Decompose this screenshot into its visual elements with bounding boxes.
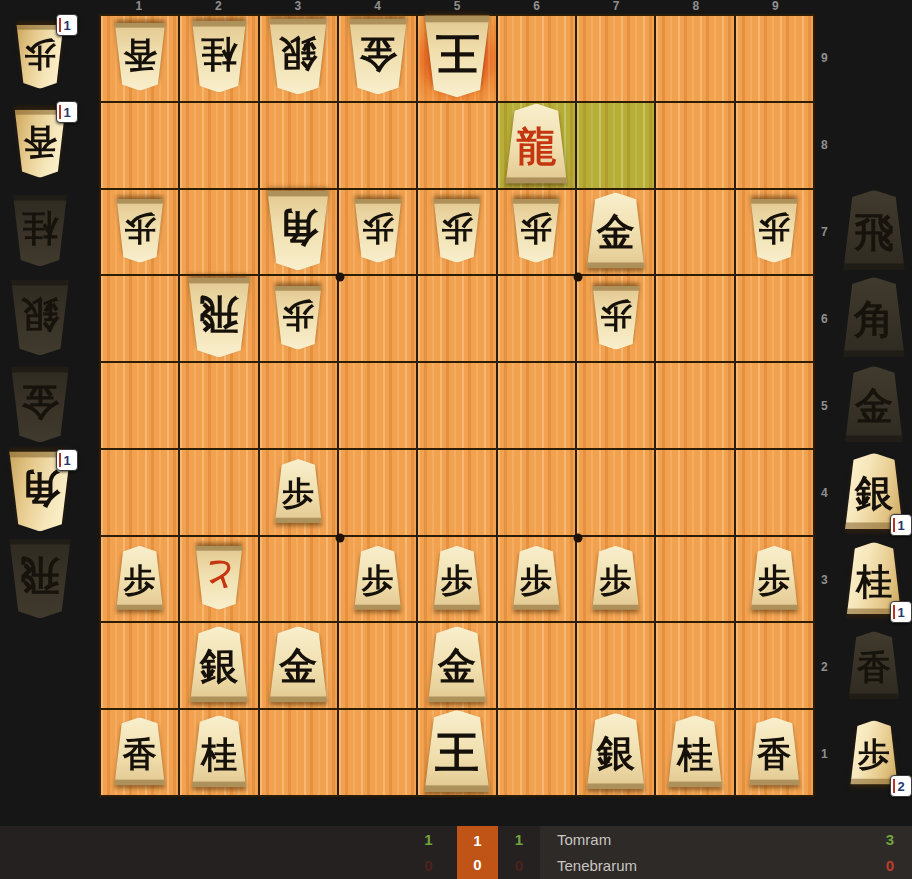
cell-8-6[interactable]: [656, 276, 735, 363]
cell-3-7[interactable]: 角: [260, 190, 339, 277]
scorebar-spacer: [0, 826, 400, 879]
cell-8-9[interactable]: [656, 16, 735, 103]
cell-1-9[interactable]: 香: [101, 16, 180, 103]
piece-1-1-lance[interactable]: 香: [112, 717, 168, 785]
cell-3-9[interactable]: 銀: [260, 16, 339, 103]
cell-8-1[interactable]: 桂: [656, 710, 735, 797]
rank-label: 7: [815, 188, 835, 275]
total-score-top: 3: [852, 826, 912, 852]
hand-count-badge: 1: [890, 601, 912, 623]
shogi-board: 香桂銀金王龍歩角歩歩歩金歩飛歩歩歩歩と歩歩歩歩歩銀金金香桂王銀桂香: [99, 14, 815, 797]
rank-label: 9: [815, 14, 835, 101]
hand-gold: 金: [4, 362, 76, 449]
piece-3-9-silver[interactable]: 銀: [266, 19, 330, 95]
piece-8-1-knight[interactable]: 桂: [665, 715, 725, 787]
hand-count-badge: 1: [890, 514, 912, 536]
piece-2-2-silver[interactable]: 銀: [187, 626, 251, 702]
cell-1-2[interactable]: [101, 623, 180, 710]
file-label: 7: [576, 0, 656, 14]
hand-lance: 香: [838, 623, 910, 710]
piece-4-9-gold[interactable]: 金: [346, 19, 410, 95]
piece-3-7-bishop[interactable]: 角: [264, 190, 332, 270]
cell-5-9[interactable]: 王: [418, 16, 497, 103]
cell-9-8[interactable]: [736, 103, 815, 190]
file-labels: 123456789: [99, 0, 815, 14]
score-mid-row2: 0: [473, 856, 481, 873]
hand-bishop: 角: [838, 275, 910, 362]
cell-3-3[interactable]: [260, 537, 339, 624]
piece-4-7-pawn[interactable]: 歩: [352, 199, 404, 263]
cell-4-3[interactable]: 歩: [339, 537, 418, 624]
cell-4-2[interactable]: [339, 623, 418, 710]
cell-3-5[interactable]: [260, 363, 339, 450]
cell-5-6[interactable]: [418, 276, 497, 363]
cell-4-4[interactable]: [339, 450, 418, 537]
file-label: 1: [99, 0, 179, 14]
piece-4-3-pawn[interactable]: 歩: [352, 546, 404, 610]
cell-2-9[interactable]: 桂: [180, 16, 259, 103]
cell-6-3[interactable]: 歩: [498, 537, 577, 624]
stat-left-row1: 1: [400, 826, 457, 852]
cell-6-4[interactable]: [498, 450, 577, 537]
cell-5-3[interactable]: 歩: [418, 537, 497, 624]
cell-6-9[interactable]: [498, 16, 577, 103]
cell-9-4[interactable]: [736, 450, 815, 537]
piece-2-1-knight[interactable]: 桂: [189, 715, 249, 787]
cell-1-4[interactable]: [101, 450, 180, 537]
cell-1-6[interactable]: [101, 276, 180, 363]
cell-8-3[interactable]: [656, 537, 735, 624]
cell-9-7[interactable]: 歩: [736, 190, 815, 277]
player-name-top[interactable]: Tomram: [540, 826, 852, 852]
file-label: 4: [338, 0, 418, 14]
rank-label: 8: [815, 101, 835, 188]
file-label: 3: [258, 0, 338, 14]
cell-1-5[interactable]: [101, 363, 180, 450]
hand-count-badge: 2: [890, 775, 912, 797]
cell-3-6[interactable]: 歩: [260, 276, 339, 363]
cell-9-3[interactable]: 歩: [736, 537, 815, 624]
cell-7-6[interactable]: 歩: [577, 276, 656, 363]
cell-2-2[interactable]: 銀: [180, 623, 259, 710]
cell-1-8[interactable]: [101, 103, 180, 190]
cell-9-9[interactable]: [736, 16, 815, 103]
player-name-bottom[interactable]: Tenebrarum: [540, 852, 852, 879]
scoreboard: 1 0 1 0 1 0 Tomram Tenebrarum 3 0: [0, 826, 912, 879]
hand-pawn[interactable]: 歩2: [838, 710, 910, 797]
piece-6-3-pawn[interactable]: 歩: [510, 546, 562, 610]
cell-2-5[interactable]: [180, 363, 259, 450]
hand-gold: 金: [838, 362, 910, 449]
cell-5-7[interactable]: 歩: [418, 190, 497, 277]
cell-5-8[interactable]: [418, 103, 497, 190]
piece-5-3-pawn[interactable]: 歩: [431, 546, 483, 610]
cell-7-9[interactable]: [577, 16, 656, 103]
hand-count-badge: 1: [56, 449, 78, 471]
hand-count-badge: 1: [56, 14, 78, 36]
rank-label: 3: [815, 536, 835, 623]
shogi-app: 123456789 987654321 香桂銀金王龍歩角歩歩歩金歩飛歩歩歩歩と歩…: [0, 0, 912, 879]
piece-3-2-gold[interactable]: 金: [266, 626, 330, 702]
rank-label: 6: [815, 275, 835, 362]
file-label: 9: [736, 0, 816, 14]
cell-6-1[interactable]: [498, 710, 577, 797]
stat-right-row1: 1: [498, 826, 540, 852]
cell-3-2[interactable]: 金: [260, 623, 339, 710]
piece-5-7-pawn[interactable]: 歩: [431, 199, 483, 263]
total-score-bottom: 0: [852, 852, 912, 879]
rank-label: 4: [815, 449, 835, 536]
piece-6-8-dragon[interactable]: 龍: [502, 104, 570, 184]
cell-7-5[interactable]: [577, 363, 656, 450]
piece-2-6-rook[interactable]: 飛: [185, 277, 253, 357]
piece-5-9-king[interactable]: 王: [421, 16, 493, 98]
hand-silver: 銀: [4, 275, 76, 362]
hand-bishop[interactable]: 角1: [4, 449, 76, 536]
cell-9-5[interactable]: [736, 363, 815, 450]
cell-7-8[interactable]: [577, 103, 656, 190]
cell-4-6[interactable]: [339, 276, 418, 363]
file-label: 5: [417, 0, 497, 14]
piece-7-6-pawn[interactable]: 歩: [590, 285, 642, 349]
piece-5-1-king[interactable]: 王: [421, 710, 493, 792]
cell-8-7[interactable]: [656, 190, 735, 277]
piece-2-9-knight[interactable]: 桂: [189, 21, 249, 93]
cell-7-3[interactable]: 歩: [577, 537, 656, 624]
cell-7-2[interactable]: [577, 623, 656, 710]
cell-3-4[interactable]: 歩: [260, 450, 339, 537]
cell-4-7[interactable]: 歩: [339, 190, 418, 277]
file-label: 6: [497, 0, 577, 14]
cell-6-7[interactable]: 歩: [498, 190, 577, 277]
rank-label: 5: [815, 362, 835, 449]
cell-8-5[interactable]: [656, 363, 735, 450]
score-block-orange: 1 0: [457, 826, 498, 879]
hand-knight[interactable]: 桂1: [838, 536, 910, 623]
cell-2-4[interactable]: [180, 450, 259, 537]
file-label: 8: [656, 0, 736, 14]
cell-2-8[interactable]: [180, 103, 259, 190]
hand-rook: 飛: [838, 188, 910, 275]
rank-label: 1: [815, 710, 835, 797]
piece-7-3-pawn[interactable]: 歩: [590, 546, 642, 610]
cell-2-3[interactable]: と: [180, 537, 259, 624]
cell-6-5[interactable]: [498, 363, 577, 450]
piece-6-7-pawn[interactable]: 歩: [510, 199, 562, 263]
cell-9-6[interactable]: [736, 276, 815, 363]
cell-1-7[interactable]: 歩: [101, 190, 180, 277]
cell-2-6[interactable]: 飛: [180, 276, 259, 363]
rank-label: 2: [815, 623, 835, 710]
cell-4-8[interactable]: [339, 103, 418, 190]
cell-1-3[interactable]: 歩: [101, 537, 180, 624]
cell-7-4[interactable]: [577, 450, 656, 537]
cell-5-5[interactable]: [418, 363, 497, 450]
cell-8-2[interactable]: [656, 623, 735, 710]
piece-1-3-pawn[interactable]: 歩: [114, 546, 166, 610]
rank-labels: 987654321: [815, 14, 835, 797]
cell-6-8[interactable]: 龍: [498, 103, 577, 190]
cell-8-4[interactable]: [656, 450, 735, 537]
cell-9-2[interactable]: [736, 623, 815, 710]
cell-7-1[interactable]: 銀: [577, 710, 656, 797]
cell-4-1[interactable]: [339, 710, 418, 797]
cell-6-6[interactable]: [498, 276, 577, 363]
piece-1-9-lance[interactable]: 香: [112, 23, 168, 91]
piece-9-3-pawn[interactable]: 歩: [748, 546, 800, 610]
hand-knight: 桂: [4, 188, 76, 275]
cell-6-2[interactable]: [498, 623, 577, 710]
hand-lance[interactable]: 香1: [4, 101, 76, 188]
hand-pawn[interactable]: 歩1: [4, 14, 76, 101]
sente-captured-tray: 飛角金銀1桂1香歩2: [838, 188, 910, 797]
piece-5-2-gold[interactable]: 金: [425, 626, 489, 702]
cell-8-8[interactable]: [656, 103, 735, 190]
cell-5-2[interactable]: 金: [418, 623, 497, 710]
cell-2-1[interactable]: 桂: [180, 710, 259, 797]
file-label: 2: [179, 0, 259, 14]
cell-1-1[interactable]: 香: [101, 710, 180, 797]
cell-4-5[interactable]: [339, 363, 418, 450]
cell-7-7[interactable]: 金: [577, 190, 656, 277]
piece-9-7-pawn[interactable]: 歩: [748, 199, 800, 263]
score-mid-row1: 1: [473, 832, 481, 849]
cell-5-1[interactable]: 王: [418, 710, 497, 797]
piece-2-3-tokin[interactable]: と: [193, 546, 245, 610]
stat-left-row2: 0: [400, 852, 457, 879]
stat-right-row2: 0: [498, 852, 540, 879]
gote-captured-tray: 歩1香1桂銀金角1飛: [4, 14, 76, 623]
cell-3-8[interactable]: [260, 103, 339, 190]
piece-7-1-silver[interactable]: 銀: [584, 713, 648, 789]
piece-9-1-lance[interactable]: 香: [746, 717, 802, 785]
piece-3-6-pawn[interactable]: 歩: [272, 285, 324, 349]
cell-2-7[interactable]: [180, 190, 259, 277]
piece-7-7-gold[interactable]: 金: [584, 192, 648, 268]
hand-rook: 飛: [4, 536, 76, 623]
hand-silver[interactable]: 銀1: [838, 449, 910, 536]
piece-3-4-pawn[interactable]: 歩: [272, 459, 324, 523]
cell-5-4[interactable]: [418, 450, 497, 537]
cell-3-1[interactable]: [260, 710, 339, 797]
cell-9-1[interactable]: 香: [736, 710, 815, 797]
hand-count-badge: 1: [56, 101, 78, 123]
cell-4-9[interactable]: 金: [339, 16, 418, 103]
piece-1-7-pawn[interactable]: 歩: [114, 199, 166, 263]
